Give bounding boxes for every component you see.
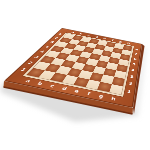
coord-label-c-bottom: c [49,84,55,89]
coord-label-a-bottom: a [24,79,31,84]
coord-label-f-bottom: f [87,91,91,96]
coord-label-8-right: 8 [135,49,138,52]
coord-label-1-right: 1 [127,89,131,94]
coord-label-6-right: 6 [133,58,136,61]
coord-label-3-right: 3 [130,75,134,79]
coord-label-2-right: 2 [128,82,132,86]
coord-label-7-right: 7 [134,53,137,56]
coord-label-e-bottom: e [74,89,80,94]
coord-label-5-right: 5 [132,63,136,66]
coord-label-g-bottom: g [98,94,104,99]
chessboard-product-photo: abcdefgh abcdefgh 87654321 87654321 [0,0,150,150]
coord-label-4-right: 4 [131,69,135,72]
coord-label-b-bottom: b [37,81,44,86]
coord-label-h-bottom: h [111,96,116,101]
coord-label-d-bottom: d [61,86,68,91]
